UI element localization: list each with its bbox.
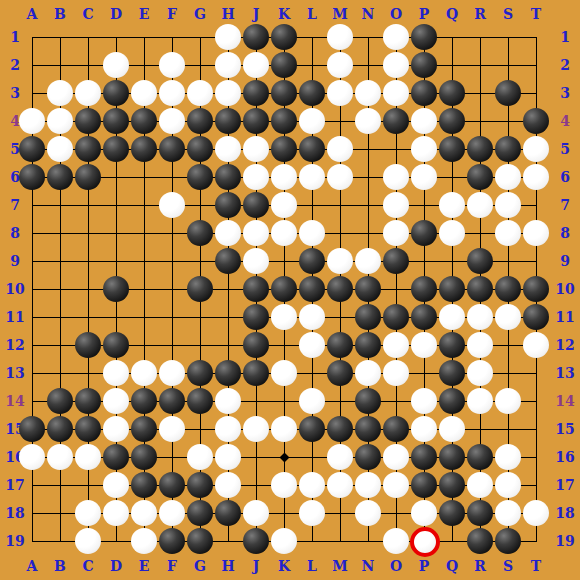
point-T4[interactable] <box>522 107 550 135</box>
point-M19[interactable] <box>326 527 354 555</box>
point-L10[interactable] <box>298 275 326 303</box>
point-Q14[interactable] <box>438 387 466 415</box>
point-M13[interactable] <box>326 359 354 387</box>
point-N3[interactable] <box>354 79 382 107</box>
point-R16[interactable] <box>466 443 494 471</box>
point-L6[interactable] <box>298 163 326 191</box>
point-R10[interactable] <box>466 275 494 303</box>
point-S3[interactable] <box>494 79 522 107</box>
point-E16[interactable] <box>130 443 158 471</box>
point-D17[interactable] <box>102 471 130 499</box>
point-J17[interactable] <box>242 471 270 499</box>
point-R9[interactable] <box>466 247 494 275</box>
point-F18[interactable] <box>158 499 186 527</box>
point-R17[interactable] <box>466 471 494 499</box>
point-K8[interactable] <box>270 219 298 247</box>
point-N2[interactable] <box>354 51 382 79</box>
point-T14[interactable] <box>522 387 550 415</box>
point-E10[interactable] <box>130 275 158 303</box>
point-G18[interactable] <box>186 499 214 527</box>
point-A4[interactable] <box>18 107 46 135</box>
point-H7[interactable] <box>214 191 242 219</box>
point-O5[interactable] <box>382 135 410 163</box>
point-F8[interactable] <box>158 219 186 247</box>
point-R5[interactable] <box>466 135 494 163</box>
point-B7[interactable] <box>46 191 74 219</box>
point-D6[interactable] <box>102 163 130 191</box>
point-J8[interactable] <box>242 219 270 247</box>
point-K9[interactable] <box>270 247 298 275</box>
point-T3[interactable] <box>522 79 550 107</box>
point-Q15[interactable] <box>438 415 466 443</box>
point-P1[interactable] <box>410 23 438 51</box>
point-G1[interactable] <box>186 23 214 51</box>
point-B13[interactable] <box>46 359 74 387</box>
point-N1[interactable] <box>354 23 382 51</box>
point-Q5[interactable] <box>438 135 466 163</box>
point-Q11[interactable] <box>438 303 466 331</box>
point-R3[interactable] <box>466 79 494 107</box>
point-Q19[interactable] <box>438 527 466 555</box>
point-S14[interactable] <box>494 387 522 415</box>
point-P6[interactable] <box>410 163 438 191</box>
point-B19[interactable] <box>46 527 74 555</box>
point-L2[interactable] <box>298 51 326 79</box>
point-B8[interactable] <box>46 219 74 247</box>
point-F10[interactable] <box>158 275 186 303</box>
point-A13[interactable] <box>18 359 46 387</box>
point-P7[interactable] <box>410 191 438 219</box>
point-D13[interactable] <box>102 359 130 387</box>
point-C10[interactable] <box>74 275 102 303</box>
point-O11[interactable] <box>382 303 410 331</box>
point-S15[interactable] <box>494 415 522 443</box>
point-J7[interactable] <box>242 191 270 219</box>
point-R19[interactable] <box>466 527 494 555</box>
point-J15[interactable] <box>242 415 270 443</box>
point-H8[interactable] <box>214 219 242 247</box>
point-K5[interactable] <box>270 135 298 163</box>
point-Q9[interactable] <box>438 247 466 275</box>
point-L12[interactable] <box>298 331 326 359</box>
point-M7[interactable] <box>326 191 354 219</box>
point-P9[interactable] <box>410 247 438 275</box>
point-A7[interactable] <box>18 191 46 219</box>
point-L13[interactable] <box>298 359 326 387</box>
point-E7[interactable] <box>130 191 158 219</box>
point-K13[interactable] <box>270 359 298 387</box>
point-G15[interactable] <box>186 415 214 443</box>
point-T5[interactable] <box>522 135 550 163</box>
point-L11[interactable] <box>298 303 326 331</box>
point-L4[interactable] <box>298 107 326 135</box>
point-J11[interactable] <box>242 303 270 331</box>
point-A2[interactable] <box>18 51 46 79</box>
point-C2[interactable] <box>74 51 102 79</box>
point-H5[interactable] <box>214 135 242 163</box>
point-N17[interactable] <box>354 471 382 499</box>
point-L17[interactable] <box>298 471 326 499</box>
point-C16[interactable] <box>74 443 102 471</box>
point-O6[interactable] <box>382 163 410 191</box>
point-N8[interactable] <box>354 219 382 247</box>
point-O10[interactable] <box>382 275 410 303</box>
point-P15[interactable] <box>410 415 438 443</box>
point-J6[interactable] <box>242 163 270 191</box>
point-K7[interactable] <box>270 191 298 219</box>
point-D7[interactable] <box>102 191 130 219</box>
point-H13[interactable] <box>214 359 242 387</box>
point-K3[interactable] <box>270 79 298 107</box>
point-T16[interactable] <box>522 443 550 471</box>
point-N5[interactable] <box>354 135 382 163</box>
point-Q2[interactable] <box>438 51 466 79</box>
point-K4[interactable] <box>270 107 298 135</box>
point-B9[interactable] <box>46 247 74 275</box>
point-F9[interactable] <box>158 247 186 275</box>
point-O19[interactable] <box>382 527 410 555</box>
point-R15[interactable] <box>466 415 494 443</box>
point-L16[interactable] <box>298 443 326 471</box>
point-B1[interactable] <box>46 23 74 51</box>
point-R7[interactable] <box>466 191 494 219</box>
point-D4[interactable] <box>102 107 130 135</box>
point-C19[interactable] <box>74 527 102 555</box>
point-P2[interactable] <box>410 51 438 79</box>
point-P17[interactable] <box>410 471 438 499</box>
point-O7[interactable] <box>382 191 410 219</box>
point-P16[interactable] <box>410 443 438 471</box>
point-B17[interactable] <box>46 471 74 499</box>
point-G6[interactable] <box>186 163 214 191</box>
point-R12[interactable] <box>466 331 494 359</box>
point-G5[interactable] <box>186 135 214 163</box>
point-K19[interactable] <box>270 527 298 555</box>
point-S6[interactable] <box>494 163 522 191</box>
point-S16[interactable] <box>494 443 522 471</box>
point-T9[interactable] <box>522 247 550 275</box>
point-E14[interactable] <box>130 387 158 415</box>
point-C13[interactable] <box>74 359 102 387</box>
point-D18[interactable] <box>102 499 130 527</box>
point-N14[interactable] <box>354 387 382 415</box>
point-N4[interactable] <box>354 107 382 135</box>
point-Q12[interactable] <box>438 331 466 359</box>
point-J13[interactable] <box>242 359 270 387</box>
point-O3[interactable] <box>382 79 410 107</box>
point-D10[interactable] <box>102 275 130 303</box>
point-P13[interactable] <box>410 359 438 387</box>
point-E11[interactable] <box>130 303 158 331</box>
point-F13[interactable] <box>158 359 186 387</box>
point-N9[interactable] <box>354 247 382 275</box>
point-G3[interactable] <box>186 79 214 107</box>
point-H1[interactable] <box>214 23 242 51</box>
point-O14[interactable] <box>382 387 410 415</box>
point-Q16[interactable] <box>438 443 466 471</box>
point-M15[interactable] <box>326 415 354 443</box>
point-M17[interactable] <box>326 471 354 499</box>
point-F3[interactable] <box>158 79 186 107</box>
point-P12[interactable] <box>410 331 438 359</box>
point-C14[interactable] <box>74 387 102 415</box>
point-C3[interactable] <box>74 79 102 107</box>
point-G14[interactable] <box>186 387 214 415</box>
point-L3[interactable] <box>298 79 326 107</box>
point-Q10[interactable] <box>438 275 466 303</box>
point-T18[interactable] <box>522 499 550 527</box>
point-C7[interactable] <box>74 191 102 219</box>
point-R4[interactable] <box>466 107 494 135</box>
point-T12[interactable] <box>522 331 550 359</box>
point-F7[interactable] <box>158 191 186 219</box>
point-D15[interactable] <box>102 415 130 443</box>
point-M8[interactable] <box>326 219 354 247</box>
point-E17[interactable] <box>130 471 158 499</box>
point-A14[interactable] <box>18 387 46 415</box>
point-F2[interactable] <box>158 51 186 79</box>
point-A11[interactable] <box>18 303 46 331</box>
point-H10[interactable] <box>214 275 242 303</box>
point-D16[interactable] <box>102 443 130 471</box>
point-K1[interactable] <box>270 23 298 51</box>
point-K18[interactable] <box>270 499 298 527</box>
point-L14[interactable] <box>298 387 326 415</box>
point-O17[interactable] <box>382 471 410 499</box>
point-O1[interactable] <box>382 23 410 51</box>
point-Q17[interactable] <box>438 471 466 499</box>
point-J9[interactable] <box>242 247 270 275</box>
point-H16[interactable] <box>214 443 242 471</box>
point-D3[interactable] <box>102 79 130 107</box>
point-Q6[interactable] <box>438 163 466 191</box>
point-T7[interactable] <box>522 191 550 219</box>
point-H11[interactable] <box>214 303 242 331</box>
point-F15[interactable] <box>158 415 186 443</box>
point-M16[interactable] <box>326 443 354 471</box>
point-O16[interactable] <box>382 443 410 471</box>
point-J2[interactable] <box>242 51 270 79</box>
point-G17[interactable] <box>186 471 214 499</box>
point-H3[interactable] <box>214 79 242 107</box>
point-B12[interactable] <box>46 331 74 359</box>
point-J5[interactable] <box>242 135 270 163</box>
point-K11[interactable] <box>270 303 298 331</box>
point-M18[interactable] <box>326 499 354 527</box>
point-O2[interactable] <box>382 51 410 79</box>
point-N6[interactable] <box>354 163 382 191</box>
point-H18[interactable] <box>214 499 242 527</box>
point-O15[interactable] <box>382 415 410 443</box>
point-C18[interactable] <box>74 499 102 527</box>
point-C6[interactable] <box>74 163 102 191</box>
point-P10[interactable] <box>410 275 438 303</box>
point-R18[interactable] <box>466 499 494 527</box>
point-O9[interactable] <box>382 247 410 275</box>
point-B18[interactable] <box>46 499 74 527</box>
point-A3[interactable] <box>18 79 46 107</box>
point-J3[interactable] <box>242 79 270 107</box>
point-M1[interactable] <box>326 23 354 51</box>
point-S18[interactable] <box>494 499 522 527</box>
point-N12[interactable] <box>354 331 382 359</box>
point-H17[interactable] <box>214 471 242 499</box>
point-D5[interactable] <box>102 135 130 163</box>
point-C9[interactable] <box>74 247 102 275</box>
point-B10[interactable] <box>46 275 74 303</box>
point-L7[interactable] <box>298 191 326 219</box>
point-H4[interactable] <box>214 107 242 135</box>
point-S13[interactable] <box>494 359 522 387</box>
point-B14[interactable] <box>46 387 74 415</box>
point-D11[interactable] <box>102 303 130 331</box>
point-J14[interactable] <box>242 387 270 415</box>
point-E6[interactable] <box>130 163 158 191</box>
point-C17[interactable] <box>74 471 102 499</box>
point-A15[interactable] <box>18 415 46 443</box>
point-D8[interactable] <box>102 219 130 247</box>
point-G2[interactable] <box>186 51 214 79</box>
point-T10[interactable] <box>522 275 550 303</box>
point-R6[interactable] <box>466 163 494 191</box>
point-R8[interactable] <box>466 219 494 247</box>
point-N10[interactable] <box>354 275 382 303</box>
point-N18[interactable] <box>354 499 382 527</box>
point-J19[interactable] <box>242 527 270 555</box>
point-J1[interactable] <box>242 23 270 51</box>
point-H19[interactable] <box>214 527 242 555</box>
point-A10[interactable] <box>18 275 46 303</box>
point-F4[interactable] <box>158 107 186 135</box>
point-B4[interactable] <box>46 107 74 135</box>
point-T11[interactable] <box>522 303 550 331</box>
point-G12[interactable] <box>186 331 214 359</box>
point-M11[interactable] <box>326 303 354 331</box>
point-G7[interactable] <box>186 191 214 219</box>
point-A1[interactable] <box>18 23 46 51</box>
point-G16[interactable] <box>186 443 214 471</box>
point-R11[interactable] <box>466 303 494 331</box>
point-T17[interactable] <box>522 471 550 499</box>
point-S8[interactable] <box>494 219 522 247</box>
point-S17[interactable] <box>494 471 522 499</box>
point-K10[interactable] <box>270 275 298 303</box>
point-H6[interactable] <box>214 163 242 191</box>
point-M2[interactable] <box>326 51 354 79</box>
point-T13[interactable] <box>522 359 550 387</box>
point-A8[interactable] <box>18 219 46 247</box>
point-B11[interactable] <box>46 303 74 331</box>
point-S7[interactable] <box>494 191 522 219</box>
point-D1[interactable] <box>102 23 130 51</box>
point-T6[interactable] <box>522 163 550 191</box>
point-M3[interactable] <box>326 79 354 107</box>
point-P14[interactable] <box>410 387 438 415</box>
point-K14[interactable] <box>270 387 298 415</box>
point-T2[interactable] <box>522 51 550 79</box>
point-A19[interactable] <box>18 527 46 555</box>
point-C15[interactable] <box>74 415 102 443</box>
point-L19[interactable] <box>298 527 326 555</box>
point-Q13[interactable] <box>438 359 466 387</box>
point-Q18[interactable] <box>438 499 466 527</box>
point-O8[interactable] <box>382 219 410 247</box>
point-J12[interactable] <box>242 331 270 359</box>
point-K15[interactable] <box>270 415 298 443</box>
point-Q1[interactable] <box>438 23 466 51</box>
point-M14[interactable] <box>326 387 354 415</box>
point-F12[interactable] <box>158 331 186 359</box>
point-L5[interactable] <box>298 135 326 163</box>
point-M10[interactable] <box>326 275 354 303</box>
point-E13[interactable] <box>130 359 158 387</box>
point-L18[interactable] <box>298 499 326 527</box>
point-S2[interactable] <box>494 51 522 79</box>
point-N16[interactable] <box>354 443 382 471</box>
point-L15[interactable] <box>298 415 326 443</box>
point-M4[interactable] <box>326 107 354 135</box>
point-M6[interactable] <box>326 163 354 191</box>
point-M5[interactable] <box>326 135 354 163</box>
point-K16[interactable] <box>270 443 298 471</box>
point-S12[interactable] <box>494 331 522 359</box>
point-S9[interactable] <box>494 247 522 275</box>
point-H12[interactable] <box>214 331 242 359</box>
point-J4[interactable] <box>242 107 270 135</box>
point-J16[interactable] <box>242 443 270 471</box>
point-H9[interactable] <box>214 247 242 275</box>
point-Q7[interactable] <box>438 191 466 219</box>
point-J10[interactable] <box>242 275 270 303</box>
point-L1[interactable] <box>298 23 326 51</box>
point-T19[interactable] <box>522 527 550 555</box>
point-O4[interactable] <box>382 107 410 135</box>
point-N7[interactable] <box>354 191 382 219</box>
point-S5[interactable] <box>494 135 522 163</box>
point-C8[interactable] <box>74 219 102 247</box>
point-C11[interactable] <box>74 303 102 331</box>
point-O12[interactable] <box>382 331 410 359</box>
point-A6[interactable] <box>18 163 46 191</box>
point-F5[interactable] <box>158 135 186 163</box>
point-F19[interactable] <box>158 527 186 555</box>
point-A18[interactable] <box>18 499 46 527</box>
point-C1[interactable] <box>74 23 102 51</box>
point-P8[interactable] <box>410 219 438 247</box>
point-K12[interactable] <box>270 331 298 359</box>
point-E18[interactable] <box>130 499 158 527</box>
point-N19[interactable] <box>354 527 382 555</box>
point-E1[interactable] <box>130 23 158 51</box>
point-P3[interactable] <box>410 79 438 107</box>
point-S11[interactable] <box>494 303 522 331</box>
point-S4[interactable] <box>494 107 522 135</box>
point-S19[interactable] <box>494 527 522 555</box>
point-L9[interactable] <box>298 247 326 275</box>
point-F6[interactable] <box>158 163 186 191</box>
point-G11[interactable] <box>186 303 214 331</box>
point-F14[interactable] <box>158 387 186 415</box>
point-D19[interactable] <box>102 527 130 555</box>
point-K2[interactable] <box>270 51 298 79</box>
point-P5[interactable] <box>410 135 438 163</box>
point-P18[interactable] <box>410 499 438 527</box>
point-S10[interactable] <box>494 275 522 303</box>
point-E5[interactable] <box>130 135 158 163</box>
point-A16[interactable] <box>18 443 46 471</box>
point-E9[interactable] <box>130 247 158 275</box>
point-L8[interactable] <box>298 219 326 247</box>
